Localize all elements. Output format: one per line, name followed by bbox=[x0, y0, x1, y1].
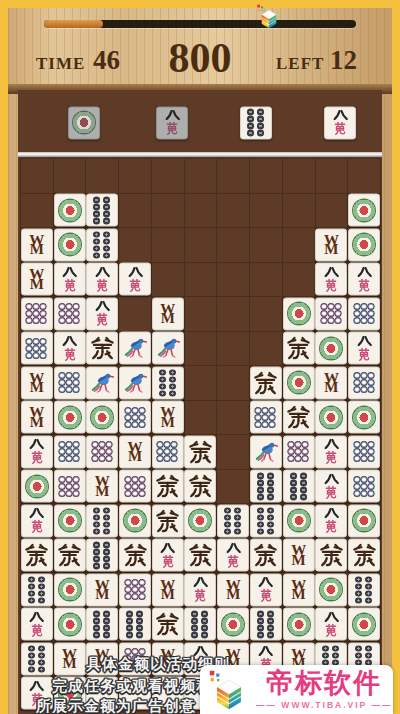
tile-wan-zigzag-tile[interactable]: WM bbox=[217, 573, 249, 606]
board-cell bbox=[348, 366, 381, 401]
tile-circle-dot-tile[interactable] bbox=[54, 194, 86, 227]
tile-eight-wan-tile[interactable] bbox=[54, 332, 86, 365]
board-cell: WM bbox=[152, 642, 185, 677]
board-cell bbox=[21, 159, 54, 194]
tile-nine-dots-pink-tile[interactable] bbox=[86, 435, 118, 468]
nine-dots-blue-glyph bbox=[354, 441, 375, 462]
tile-eight-dots-tile[interactable] bbox=[21, 642, 53, 675]
eight-dots-glyph bbox=[93, 196, 111, 224]
tray-tile-eight-dots-tile bbox=[240, 106, 272, 139]
fa-dragon-glyph bbox=[90, 336, 115, 361]
tile-nine-dots-blue-tile[interactable] bbox=[119, 401, 151, 434]
tile-bird-tile[interactable] bbox=[119, 366, 151, 399]
board-cell bbox=[119, 297, 152, 332]
board-cell bbox=[119, 194, 152, 229]
tile-circle-dot-tile[interactable] bbox=[315, 573, 347, 606]
tile-wan-zigzag-tile[interactable]: WM bbox=[119, 435, 151, 468]
tile-wan-zigzag-tile[interactable]: WM bbox=[21, 366, 53, 399]
watermark-logo-icon bbox=[206, 668, 252, 712]
tile-nine-dots-blue-tile[interactable] bbox=[348, 366, 380, 399]
tile-circle-dot-tile[interactable] bbox=[283, 297, 315, 330]
tile-fa-dragon-tile[interactable] bbox=[184, 435, 216, 468]
fa-dragon-glyph bbox=[155, 612, 180, 637]
tile-nine-dots-pink-tile[interactable] bbox=[283, 435, 315, 468]
tile-wan-zigzag-tile[interactable]: WM bbox=[152, 297, 184, 330]
tile-wan-zigzag-tile[interactable]: WM bbox=[152, 573, 184, 606]
board-cell bbox=[283, 228, 316, 263]
tile-eight-wan-tile[interactable] bbox=[217, 539, 249, 572]
board-cell bbox=[86, 608, 119, 643]
board-cell bbox=[185, 401, 218, 436]
tile-fa-dragon-tile[interactable] bbox=[283, 401, 315, 434]
circle-dot-glyph bbox=[58, 509, 82, 533]
eight-dots-glyph bbox=[93, 231, 111, 259]
time-progress-bar bbox=[44, 20, 356, 28]
tile-circle-dot-tile[interactable] bbox=[348, 228, 380, 261]
stats-row: TIME 46 800 LEFT 12 bbox=[8, 32, 392, 88]
board-cell: WM bbox=[54, 642, 87, 677]
board-cell bbox=[21, 194, 54, 229]
board-cell bbox=[21, 297, 54, 332]
tile-wan-zigzag-tile[interactable]: WM bbox=[21, 228, 53, 261]
tile-circle-dot-tile[interactable] bbox=[283, 504, 315, 537]
board-cell bbox=[185, 573, 218, 608]
eight-dots-glyph bbox=[224, 507, 242, 535]
board-cell bbox=[316, 159, 349, 194]
tile-eight-dots-tile[interactable] bbox=[250, 608, 282, 641]
tile-nine-dots-pink-tile[interactable] bbox=[119, 573, 151, 606]
eight-dots-glyph bbox=[93, 541, 111, 569]
board-cell bbox=[86, 159, 119, 194]
tile-circle-dot-tile[interactable] bbox=[315, 401, 347, 434]
time-label: TIME bbox=[36, 54, 85, 74]
tile-circle-dot-tile[interactable] bbox=[184, 504, 216, 537]
tile-fa-dragon-tile[interactable] bbox=[119, 539, 151, 572]
tile-eight-dots-tile[interactable] bbox=[86, 504, 118, 537]
board-cell bbox=[348, 297, 381, 332]
board-cell bbox=[217, 608, 250, 643]
tile-eight-wan-tile[interactable] bbox=[250, 573, 282, 606]
board-cell bbox=[250, 332, 283, 367]
tile-eight-dots-tile[interactable] bbox=[184, 608, 216, 641]
board-cell bbox=[54, 194, 87, 229]
tile-circle-dot-tile[interactable] bbox=[348, 504, 380, 537]
board-cell bbox=[185, 228, 218, 263]
tile-eight-wan-tile[interactable] bbox=[119, 263, 151, 296]
board-cell bbox=[54, 366, 87, 401]
tile-eight-dots-tile[interactable] bbox=[86, 194, 118, 227]
board-cell bbox=[54, 539, 87, 574]
board-cell bbox=[316, 470, 349, 505]
tile-eight-wan-tile[interactable] bbox=[315, 435, 347, 468]
eight-wan-glyph bbox=[257, 577, 274, 603]
tile-wan-zigzag-tile[interactable]: WM bbox=[315, 228, 347, 261]
wan-zigzag-glyph: WM bbox=[29, 270, 44, 289]
board-cell bbox=[86, 677, 119, 712]
board-cell bbox=[185, 366, 218, 401]
eight-wan-glyph bbox=[323, 508, 340, 534]
board-cell: WM bbox=[21, 366, 54, 401]
eight-wan-glyph bbox=[159, 542, 176, 568]
tile-wan-zigzag-tile[interactable]: WM bbox=[152, 401, 184, 434]
watermark-mini-logo bbox=[250, 3, 288, 30]
fa-dragon-glyph bbox=[352, 543, 377, 568]
board-cell: WM bbox=[21, 263, 54, 298]
board-cell bbox=[86, 504, 119, 539]
board-cell bbox=[86, 332, 119, 367]
tray-tile-eight-wan-tile bbox=[324, 106, 356, 139]
eight-dots-glyph bbox=[257, 610, 275, 638]
board-cell bbox=[250, 573, 283, 608]
board-cell bbox=[250, 539, 283, 574]
tile-nine-dots-blue-tile[interactable] bbox=[250, 401, 282, 434]
tile-eight-dots-tile[interactable] bbox=[250, 504, 282, 537]
board-cell bbox=[21, 539, 54, 574]
board-cell bbox=[185, 504, 218, 539]
board-cell bbox=[86, 539, 119, 574]
board-cell bbox=[348, 504, 381, 539]
tile-fa-dragon-tile[interactable] bbox=[152, 608, 184, 641]
board-cell bbox=[283, 401, 316, 436]
tile-eight-dots-tile[interactable] bbox=[86, 228, 118, 261]
tile-eight-dots-tile[interactable] bbox=[152, 366, 184, 399]
tile-eight-wan-tile[interactable] bbox=[315, 608, 347, 641]
wan-zigzag-glyph: WM bbox=[128, 442, 143, 461]
tile-nine-dots-blue-tile[interactable] bbox=[348, 435, 380, 468]
circle-dot-glyph bbox=[123, 509, 147, 533]
tile-fa-dragon-tile[interactable] bbox=[54, 539, 86, 572]
tile-nine-dots-blue-tile[interactable] bbox=[54, 366, 86, 399]
tile-wan-zigzag-tile[interactable]: WM bbox=[283, 573, 315, 606]
circle-dot-glyph bbox=[319, 578, 343, 602]
tile-eight-wan-tile[interactable] bbox=[21, 608, 53, 641]
tile-circle-dot-tile[interactable] bbox=[54, 677, 86, 710]
eight-wan-glyph bbox=[192, 577, 209, 603]
nine-dots-blue-glyph bbox=[26, 338, 47, 359]
tile-eight-wan-tile[interactable] bbox=[315, 470, 347, 503]
tile-nine-dots-blue-tile[interactable] bbox=[54, 435, 86, 468]
board-cell: WM bbox=[86, 642, 119, 677]
watermark-url: —— WWW.TIBA.VIP —— bbox=[256, 700, 392, 710]
board-cell bbox=[86, 366, 119, 401]
tile-eight-wan-tile[interactable] bbox=[152, 539, 184, 572]
board-cell bbox=[283, 366, 316, 401]
tile-eight-wan-tile[interactable] bbox=[86, 263, 118, 296]
board-cell bbox=[316, 297, 349, 332]
board-cell: WM bbox=[316, 366, 349, 401]
tile-wan-zigzag-tile[interactable]: WM bbox=[152, 642, 184, 675]
tile-fa-dragon-tile[interactable] bbox=[315, 539, 347, 572]
tile-eight-dots-tile[interactable] bbox=[348, 573, 380, 606]
tile-fa-dragon-tile[interactable] bbox=[86, 332, 118, 365]
board-cell bbox=[185, 435, 218, 470]
tile-fa-dragon-tile[interactable] bbox=[348, 539, 380, 572]
tile-eight-wan-tile[interactable] bbox=[86, 297, 118, 330]
board-cell bbox=[316, 194, 349, 229]
eight-wan-glyph bbox=[323, 611, 340, 637]
tile-fa-dragon-tile[interactable] bbox=[21, 539, 53, 572]
tray-separator bbox=[18, 152, 382, 157]
board-cell bbox=[348, 263, 381, 298]
board-cell bbox=[348, 194, 381, 229]
circle-dot-glyph bbox=[352, 405, 376, 429]
bird-glyph bbox=[123, 370, 147, 395]
circle-dot-glyph bbox=[72, 111, 96, 135]
board-cell: WM bbox=[217, 573, 250, 608]
wan-zigzag-glyph: WM bbox=[95, 649, 110, 668]
board-cell bbox=[348, 159, 381, 194]
tile-nine-dots-blue-tile[interactable] bbox=[152, 435, 184, 468]
eight-wan-glyph bbox=[28, 439, 45, 465]
eight-dots-glyph bbox=[93, 507, 111, 535]
tile-circle-dot-tile[interactable] bbox=[21, 470, 53, 503]
tray-slot bbox=[324, 106, 356, 139]
board-cell bbox=[185, 608, 218, 643]
nine-dots-blue-glyph bbox=[255, 407, 276, 428]
board-cell bbox=[316, 504, 349, 539]
tile-nine-dots-pink-tile[interactable] bbox=[119, 470, 151, 503]
board-cell bbox=[86, 263, 119, 298]
board-cell bbox=[21, 677, 54, 712]
tile-circle-dot-tile[interactable] bbox=[348, 194, 380, 227]
tile-circle-dot-tile[interactable] bbox=[348, 608, 380, 641]
tile-hidden-tile[interactable] bbox=[86, 677, 118, 710]
eight-wan-glyph bbox=[94, 266, 111, 292]
board-cell: WM bbox=[119, 435, 152, 470]
eight-wan-glyph bbox=[28, 611, 45, 637]
tile-circle-dot-tile[interactable] bbox=[54, 504, 86, 537]
tile-nine-dots-blue-tile[interactable] bbox=[21, 332, 53, 365]
eight-dots-glyph bbox=[93, 610, 111, 638]
tile-wan-zigzag-tile[interactable]: WM bbox=[86, 642, 118, 675]
wan-zigzag-glyph: WM bbox=[95, 580, 110, 599]
circle-dot-glyph bbox=[58, 198, 82, 222]
tile-fa-dragon-tile[interactable] bbox=[184, 539, 216, 572]
board-cell bbox=[119, 470, 152, 505]
tile-wan-zigzag-tile[interactable]: WM bbox=[21, 401, 53, 434]
tile-eight-wan-tile[interactable] bbox=[54, 263, 86, 296]
nine-dots-blue-glyph bbox=[354, 303, 375, 324]
tile-bird-tile[interactable] bbox=[152, 332, 184, 365]
tile-hidden-tile[interactable] bbox=[119, 677, 151, 710]
tile-nine-dots-blue-tile[interactable] bbox=[348, 297, 380, 330]
tile-eight-dots-tile[interactable] bbox=[217, 504, 249, 537]
tile-eight-dots-tile[interactable] bbox=[21, 573, 53, 606]
tile-circle-dot-tile[interactable] bbox=[283, 366, 315, 399]
game-screen: TIME 46 800 LEFT 12 WMWMWMWMWMWMWMWMWMWM… bbox=[0, 0, 400, 714]
tile-eight-wan-tile[interactable] bbox=[21, 677, 53, 710]
tile-circle-dot-tile[interactable] bbox=[54, 608, 86, 641]
board-cell bbox=[21, 332, 54, 367]
board-cell bbox=[348, 435, 381, 470]
tile-eight-wan-tile[interactable] bbox=[315, 263, 347, 296]
tile-circle-dot-tile[interactable] bbox=[119, 504, 151, 537]
circle-dot-glyph bbox=[287, 612, 311, 636]
board-cell bbox=[250, 366, 283, 401]
board-cell bbox=[152, 366, 185, 401]
tile-circle-dot-tile[interactable] bbox=[348, 401, 380, 434]
board-cell bbox=[250, 297, 283, 332]
board-cell bbox=[316, 401, 349, 436]
watermark: 帝标软件 —— WWW.TIBA.VIP —— bbox=[200, 665, 393, 714]
tile-wan-zigzag-tile[interactable]: WM bbox=[315, 366, 347, 399]
board-cell: WM bbox=[283, 573, 316, 608]
board-cell bbox=[54, 228, 87, 263]
board-cell: WM bbox=[21, 401, 54, 436]
tile-eight-dots-tile[interactable] bbox=[250, 470, 282, 503]
tile-circle-dot-tile[interactable] bbox=[283, 608, 315, 641]
eight-wan-glyph bbox=[356, 266, 373, 292]
board-cell bbox=[283, 332, 316, 367]
board-cell bbox=[86, 435, 119, 470]
eight-dots-glyph bbox=[191, 610, 209, 638]
tile-eight-wan-tile[interactable] bbox=[184, 573, 216, 606]
circle-dot-glyph bbox=[58, 233, 82, 257]
tile-nine-dots-blue-tile[interactable] bbox=[348, 470, 380, 503]
board-cell bbox=[348, 470, 381, 505]
tile-bird-tile[interactable] bbox=[250, 435, 282, 468]
circle-dot-glyph bbox=[352, 233, 376, 257]
tile-fa-dragon-tile[interactable] bbox=[250, 539, 282, 572]
tile-circle-dot-tile[interactable] bbox=[217, 608, 249, 641]
board-cell bbox=[348, 332, 381, 367]
tile-fa-dragon-tile[interactable] bbox=[184, 470, 216, 503]
tile-hidden-tile[interactable] bbox=[152, 677, 184, 710]
board-cell bbox=[119, 159, 152, 194]
wan-zigzag-glyph: WM bbox=[62, 649, 77, 668]
tile-wan-zigzag-tile[interactable]: WM bbox=[86, 470, 118, 503]
board-cell bbox=[54, 159, 87, 194]
board-cell bbox=[152, 228, 185, 263]
circle-dot-glyph bbox=[319, 405, 343, 429]
circle-dot-glyph bbox=[287, 302, 311, 326]
tile-bird-tile[interactable] bbox=[86, 366, 118, 399]
circle-dot-glyph bbox=[221, 612, 245, 636]
board-cell bbox=[54, 608, 87, 643]
circle-dot-glyph bbox=[319, 336, 343, 360]
tile-wan-zigzag-tile[interactable]: WM bbox=[86, 573, 118, 606]
eight-wan-glyph bbox=[323, 439, 340, 465]
board-cell bbox=[152, 435, 185, 470]
board-cell bbox=[21, 573, 54, 608]
board-cell: WM bbox=[316, 228, 349, 263]
board-cell bbox=[54, 297, 87, 332]
tile-fa-dragon-tile[interactable] bbox=[250, 366, 282, 399]
time-progress-fill bbox=[44, 20, 103, 28]
fa-dragon-glyph bbox=[188, 439, 213, 464]
time-value: 46 bbox=[93, 45, 120, 76]
tile-fa-dragon-tile[interactable] bbox=[152, 504, 184, 537]
tile-eight-dots-tile[interactable] bbox=[119, 608, 151, 641]
board-cell bbox=[119, 401, 152, 436]
header: TIME 46 800 LEFT 12 bbox=[8, 8, 392, 90]
eight-dots-glyph bbox=[355, 576, 373, 604]
fa-dragon-glyph bbox=[253, 543, 278, 568]
board-cell bbox=[152, 677, 185, 712]
tile-eight-dots-tile[interactable] bbox=[86, 539, 118, 572]
nine-dots-blue-glyph bbox=[59, 372, 80, 393]
board-cell bbox=[119, 263, 152, 298]
wan-zigzag-glyph: WM bbox=[29, 235, 44, 254]
eight-wan-glyph bbox=[323, 473, 340, 499]
fa-dragon-glyph bbox=[24, 543, 49, 568]
nine-dots-pink-glyph bbox=[92, 441, 113, 462]
board-cell bbox=[348, 573, 381, 608]
tile-eight-dots-tile[interactable] bbox=[283, 470, 315, 503]
eight-wan-glyph bbox=[332, 110, 349, 136]
eight-dots-glyph bbox=[159, 369, 177, 397]
watermark-title: 帝标软件 bbox=[266, 670, 382, 697]
tile-eight-wan-tile[interactable] bbox=[348, 263, 380, 296]
tile-nine-dots-pink-tile[interactable] bbox=[119, 642, 151, 675]
board-cell bbox=[283, 608, 316, 643]
board-cell bbox=[54, 263, 87, 298]
board-cell bbox=[283, 297, 316, 332]
nine-dots-pink-glyph bbox=[321, 303, 342, 324]
eight-wan-glyph bbox=[28, 680, 45, 706]
tray-slot bbox=[68, 106, 100, 139]
board-cell: WM bbox=[152, 297, 185, 332]
tile-eight-dots-tile[interactable] bbox=[86, 608, 118, 641]
tile-nine-dots-pink-tile[interactable] bbox=[54, 297, 86, 330]
tile-circle-dot-tile[interactable] bbox=[54, 573, 86, 606]
eight-wan-glyph bbox=[127, 266, 144, 292]
tile-fa-dragon-tile[interactable] bbox=[283, 332, 315, 365]
tile-wan-zigzag-tile[interactable]: WM bbox=[21, 263, 53, 296]
tile-eight-wan-tile[interactable] bbox=[348, 332, 380, 365]
tile-grid: WMWMWMWMWMWMWMWMWMWMWMWMWMWMWMWMWMWMWMWM bbox=[20, 158, 381, 711]
board-cell bbox=[152, 263, 185, 298]
eight-dots-glyph bbox=[28, 576, 46, 604]
board-cell bbox=[119, 332, 152, 367]
tile-wan-zigzag-tile[interactable]: WM bbox=[54, 642, 86, 675]
tile-fa-dragon-tile[interactable] bbox=[152, 470, 184, 503]
tile-wan-zigzag-tile[interactable]: WM bbox=[283, 539, 315, 572]
tile-circle-dot-tile[interactable] bbox=[54, 401, 86, 434]
board-cell bbox=[250, 435, 283, 470]
tile-nine-dots-pink-tile[interactable] bbox=[315, 297, 347, 330]
tile-bird-tile[interactable] bbox=[119, 332, 151, 365]
tile-eight-wan-tile[interactable] bbox=[315, 504, 347, 537]
tile-circle-dot-tile[interactable] bbox=[315, 332, 347, 365]
tile-nine-dots-pink-tile[interactable] bbox=[21, 297, 53, 330]
eight-wan-glyph bbox=[225, 542, 242, 568]
board-cell bbox=[152, 504, 185, 539]
board-cell bbox=[54, 470, 87, 505]
board-cell bbox=[54, 573, 87, 608]
circle-dot-glyph bbox=[58, 681, 82, 705]
eight-dots-glyph bbox=[257, 507, 275, 535]
tile-eight-wan-tile[interactable] bbox=[21, 504, 53, 537]
eight-wan-glyph bbox=[61, 335, 78, 361]
tile-circle-dot-tile[interactable] bbox=[86, 401, 118, 434]
nine-dots-blue-glyph bbox=[125, 407, 146, 428]
tile-circle-dot-tile[interactable] bbox=[54, 228, 86, 261]
wan-zigzag-glyph: WM bbox=[160, 580, 175, 599]
eight-wan-glyph bbox=[323, 266, 340, 292]
tile-nine-dots-pink-tile[interactable] bbox=[54, 470, 86, 503]
tile-eight-wan-tile[interactable] bbox=[21, 435, 53, 468]
eight-dots-glyph bbox=[126, 610, 144, 638]
board-cell: WM bbox=[283, 539, 316, 574]
board-cell bbox=[152, 159, 185, 194]
circle-dot-glyph bbox=[352, 198, 376, 222]
nine-dots-pink-glyph bbox=[125, 476, 146, 497]
board-cell bbox=[86, 297, 119, 332]
board-cell bbox=[316, 332, 349, 367]
nine-dots-pink-glyph bbox=[288, 441, 309, 462]
left-label: LEFT bbox=[276, 54, 324, 74]
